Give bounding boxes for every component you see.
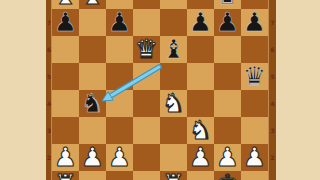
piece-white-bishop-b8[interactable]: ♝ — [79, 0, 106, 9]
square-f4[interactable] — [187, 90, 214, 117]
chessboard-scene: ♝♝♚♟♟♟♟♟♛♝♛♞♞♞♟♟♟♟♟♟♜♜♚ 776655443322 — [0, 0, 320, 180]
piece-black-pawn-g7[interactable]: ♟ — [214, 9, 241, 36]
square-a6[interactable] — [52, 36, 79, 63]
piece-black-pawn-a7[interactable]: ♟ — [52, 9, 79, 36]
piece-white-knight-e4[interactable]: ♞ — [160, 90, 187, 117]
square-d7[interactable] — [133, 9, 160, 36]
square-a5[interactable] — [52, 63, 79, 90]
right-background-margin — [276, 0, 320, 180]
square-d8[interactable] — [133, 0, 160, 9]
left-background-margin — [0, 0, 46, 180]
square-f5[interactable] — [187, 63, 214, 90]
square-e5[interactable] — [160, 63, 187, 90]
square-b4[interactable]: ♞ — [79, 90, 106, 117]
square-b2[interactable]: ♟ — [79, 144, 106, 171]
square-e4[interactable]: ♞ — [160, 90, 187, 117]
square-e2[interactable] — [160, 144, 187, 171]
square-a7[interactable]: ♟ — [52, 9, 79, 36]
chess-board: ♝♝♚♟♟♟♟♟♛♝♛♞♞♞♟♟♟♟♟♟♜♜♚ — [52, 0, 268, 180]
square-e7[interactable] — [160, 9, 187, 36]
square-g7[interactable]: ♟ — [214, 9, 241, 36]
square-h6[interactable] — [241, 36, 268, 63]
square-a2[interactable]: ♟ — [52, 144, 79, 171]
square-c2[interactable]: ♟ — [106, 144, 133, 171]
square-c7[interactable]: ♟ — [106, 9, 133, 36]
square-f3[interactable]: ♞ — [187, 117, 214, 144]
square-h7[interactable]: ♟ — [241, 9, 268, 36]
piece-white-pawn-b2[interactable]: ♟ — [79, 144, 106, 171]
piece-white-rook-e1[interactable]: ♜ — [160, 171, 187, 180]
square-g6[interactable] — [214, 36, 241, 63]
square-d1[interactable] — [133, 171, 160, 180]
square-g3[interactable] — [214, 117, 241, 144]
square-g4[interactable] — [214, 90, 241, 117]
square-d2[interactable] — [133, 144, 160, 171]
square-f7[interactable]: ♟ — [187, 9, 214, 36]
piece-white-pawn-g2[interactable]: ♟ — [214, 144, 241, 171]
square-a1[interactable]: ♜ — [52, 171, 79, 180]
piece-white-knight-f3[interactable]: ♞ — [187, 117, 214, 144]
square-a4[interactable] — [52, 90, 79, 117]
square-f2[interactable]: ♟ — [187, 144, 214, 171]
piece-white-king-g1[interactable]: ♚ — [214, 171, 241, 180]
square-b8[interactable]: ♝ — [79, 0, 106, 9]
piece-white-pawn-h2[interactable]: ♟ — [241, 144, 268, 171]
square-d5[interactable] — [133, 63, 160, 90]
square-b1[interactable] — [79, 171, 106, 180]
square-b6[interactable] — [79, 36, 106, 63]
square-d4[interactable] — [133, 90, 160, 117]
square-c5[interactable] — [106, 63, 133, 90]
square-f1[interactable] — [187, 171, 214, 180]
square-b5[interactable] — [79, 63, 106, 90]
piece-black-pawn-h7[interactable]: ♟ — [241, 9, 268, 36]
piece-black-pawn-c7[interactable]: ♟ — [106, 9, 133, 36]
square-c6[interactable] — [106, 36, 133, 63]
piece-black-pawn-f7[interactable]: ♟ — [187, 9, 214, 36]
square-e8[interactable] — [160, 0, 187, 9]
piece-white-pawn-a2[interactable]: ♟ — [52, 144, 79, 171]
square-d3[interactable] — [133, 117, 160, 144]
piece-black-knight-b4[interactable]: ♞ — [79, 90, 106, 117]
square-h4[interactable] — [241, 90, 268, 117]
square-h2[interactable]: ♟ — [241, 144, 268, 171]
square-b7[interactable] — [79, 9, 106, 36]
square-h3[interactable] — [241, 117, 268, 144]
square-h1[interactable] — [241, 171, 268, 180]
square-g1[interactable]: ♚ — [214, 171, 241, 180]
piece-white-pawn-f2[interactable]: ♟ — [187, 144, 214, 171]
square-g2[interactable]: ♟ — [214, 144, 241, 171]
square-f6[interactable] — [187, 36, 214, 63]
square-e6[interactable]: ♝ — [160, 36, 187, 63]
square-c4[interactable] — [106, 90, 133, 117]
piece-white-rook-a1[interactable]: ♜ — [52, 171, 79, 180]
square-c1[interactable] — [106, 171, 133, 180]
square-g5[interactable] — [214, 63, 241, 90]
piece-white-pawn-c2[interactable]: ♟ — [106, 144, 133, 171]
square-c3[interactable] — [106, 117, 133, 144]
square-h5[interactable]: ♛ — [241, 63, 268, 90]
board-border-right — [268, 0, 276, 180]
piece-white-queen-d6[interactable]: ♛ — [133, 36, 160, 63]
piece-black-queen-h5[interactable]: ♛ — [241, 63, 268, 90]
square-b3[interactable] — [79, 117, 106, 144]
piece-black-bishop-e6[interactable]: ♝ — [160, 36, 187, 63]
square-a3[interactable] — [52, 117, 79, 144]
square-e1[interactable]: ♜ — [160, 171, 187, 180]
square-e3[interactable] — [160, 117, 187, 144]
square-d6[interactable]: ♛ — [133, 36, 160, 63]
